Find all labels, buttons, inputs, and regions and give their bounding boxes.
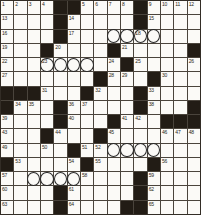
- circle-marker: [54, 172, 67, 186]
- clue-number: 15: [149, 15, 154, 21]
- black-cell-r14c11: [134, 186, 146, 199]
- cell-r4c2[interactable]: [14, 44, 26, 57]
- cell-r7c5[interactable]: [54, 87, 66, 100]
- black-cell-r1c5: [54, 1, 66, 14]
- cell-r11c5[interactable]: [54, 144, 66, 157]
- cell-r4c1[interactable]: 19: [1, 44, 13, 57]
- black-cell-r4c9: [108, 44, 120, 57]
- clue-number: 36: [69, 101, 74, 107]
- cell-r10c3[interactable]: [28, 129, 40, 142]
- clue-number: 14: [69, 15, 74, 21]
- cell-r14c10[interactable]: [121, 186, 133, 199]
- cell-r13c15[interactable]: [188, 172, 200, 185]
- cell-r13c1[interactable]: 57: [1, 172, 13, 185]
- cell-r1c15[interactable]: 12: [188, 1, 200, 14]
- cell-r4c13[interactable]: [161, 44, 173, 57]
- cell-r9c2[interactable]: [14, 115, 26, 128]
- cell-r3c1[interactable]: 16: [1, 30, 13, 43]
- black-cell-r7c11: [134, 87, 146, 100]
- clue-number: 12: [189, 1, 194, 7]
- clue-number: 3: [29, 1, 32, 7]
- cell-r6c7[interactable]: [81, 72, 93, 85]
- cell-r1c10[interactable]: 8: [121, 1, 133, 14]
- clue-number: 55: [95, 158, 100, 164]
- cell-r9c12[interactable]: [148, 115, 160, 128]
- cell-r10c1[interactable]: 43: [1, 129, 13, 142]
- clue-number: 37: [82, 101, 87, 107]
- black-cell-r10c4: [41, 129, 53, 142]
- cell-r12c3[interactable]: [28, 158, 40, 171]
- cell-r3c14[interactable]: [174, 30, 186, 43]
- cell-r6c2[interactable]: [14, 72, 26, 85]
- cell-r15c2[interactable]: [14, 201, 26, 214]
- cell-r12c15[interactable]: [188, 158, 200, 171]
- cell-r11c9[interactable]: [108, 144, 120, 157]
- cell-r11c3[interactable]: [28, 144, 40, 157]
- cell-r5c12[interactable]: [148, 58, 160, 71]
- black-cell-r12c12: [148, 158, 160, 171]
- clue-number: 10: [162, 1, 167, 7]
- cell-r7c14[interactable]: [174, 87, 186, 100]
- clue-number: 8: [122, 1, 125, 7]
- black-cell-r6c12: [148, 72, 160, 85]
- cell-r11c1[interactable]: 49: [1, 144, 13, 157]
- black-cell-r7c2: [14, 87, 26, 100]
- cell-r5c9[interactable]: 24: [108, 58, 120, 71]
- cell-r12c2[interactable]: 53: [14, 158, 26, 171]
- cell-r9c8[interactable]: [94, 115, 106, 128]
- cell-r14c7[interactable]: [81, 186, 93, 199]
- cell-r4c14[interactable]: [174, 44, 186, 57]
- cell-r14c13[interactable]: [161, 186, 173, 199]
- cell-r6c14[interactable]: [174, 72, 186, 85]
- cell-r11c11[interactable]: [134, 144, 146, 157]
- cell-r1c9[interactable]: 7: [108, 1, 120, 14]
- cell-r6c3[interactable]: [28, 72, 40, 85]
- clue-number: 30: [162, 72, 167, 78]
- cell-r8c9[interactable]: [108, 101, 120, 114]
- black-cell-r7c3: [28, 87, 40, 100]
- black-cell-r3c5: [54, 30, 66, 43]
- cell-r1c2[interactable]: 2: [14, 1, 26, 14]
- cell-r10c15[interactable]: 48: [188, 129, 200, 142]
- circle-marker: [40, 172, 53, 186]
- cell-r11c12[interactable]: [148, 144, 160, 157]
- cell-r13c8[interactable]: [94, 172, 106, 185]
- clue-number: 64: [69, 201, 74, 207]
- cell-r13c4[interactable]: [41, 172, 53, 185]
- cell-r11c4[interactable]: 50: [41, 144, 53, 157]
- black-cell-r7c1: [1, 87, 13, 100]
- cell-r15c4[interactable]: [41, 201, 53, 214]
- clue-number: 60: [2, 186, 7, 192]
- cell-r12c11[interactable]: [134, 158, 146, 171]
- clue-number: 58: [82, 172, 87, 178]
- cell-r5c4[interactable]: 23: [41, 58, 53, 71]
- cell-r7c15[interactable]: [188, 87, 200, 100]
- cell-r1c14[interactable]: 11: [174, 1, 186, 14]
- cell-r14c15[interactable]: [188, 186, 200, 199]
- cell-r7c9[interactable]: [108, 87, 120, 100]
- cell-r15c1[interactable]: 63: [1, 201, 13, 214]
- cell-r2c3[interactable]: [28, 15, 40, 28]
- clue-number: 20: [55, 44, 60, 50]
- cell-r15c9[interactable]: [108, 201, 120, 214]
- cell-r7c6[interactable]: [68, 87, 80, 100]
- cell-r15c13[interactable]: [161, 201, 173, 214]
- clue-number: 11: [175, 1, 180, 7]
- cell-r13c12[interactable]: 59: [148, 172, 160, 185]
- cell-r10c5[interactable]: 44: [54, 129, 66, 142]
- black-cell-r7c7: [81, 87, 93, 100]
- cell-r5c2[interactable]: [14, 58, 26, 71]
- cell-r13c10[interactable]: [121, 172, 133, 185]
- black-cell-r9c14: [174, 115, 186, 128]
- cell-r15c15[interactable]: [188, 201, 200, 214]
- clue-number: 53: [15, 158, 20, 164]
- cell-r14c6[interactable]: 61: [68, 186, 80, 199]
- clue-number: 18: [135, 30, 140, 36]
- clue-number: 35: [29, 101, 34, 107]
- cell-r7c8[interactable]: 32: [94, 87, 106, 100]
- clue-number: 46: [162, 129, 167, 135]
- cell-r11c15[interactable]: [188, 144, 200, 157]
- cell-r6c15[interactable]: [188, 72, 200, 85]
- cell-r3c2[interactable]: [14, 30, 26, 43]
- cell-r9c11[interactable]: 42: [134, 115, 146, 128]
- circle-marker: [27, 172, 40, 186]
- clue-number: 41: [122, 115, 127, 121]
- cell-r10c6[interactable]: [68, 129, 80, 142]
- black-cell-r5c10: [121, 58, 133, 71]
- cell-r14c1[interactable]: 60: [1, 186, 13, 199]
- cell-r4c3[interactable]: [28, 44, 40, 57]
- cell-r13c7[interactable]: 58: [81, 172, 93, 185]
- cell-r1c12[interactable]: 9: [148, 1, 160, 14]
- black-cell-r12c7: [81, 158, 93, 171]
- black-cell-r15c5: [54, 201, 66, 214]
- cell-r2c1[interactable]: 13: [1, 15, 13, 28]
- cell-r4c7[interactable]: [81, 44, 93, 57]
- cell-r2c6[interactable]: 14: [68, 15, 80, 28]
- cell-r11c2[interactable]: [14, 144, 26, 157]
- cell-r7c12[interactable]: 33: [148, 87, 160, 100]
- cell-r2c7[interactable]: [81, 15, 93, 28]
- cell-r10c14[interactable]: 47: [174, 129, 186, 142]
- cell-r12c4[interactable]: [41, 158, 53, 171]
- cell-r6c5[interactable]: [54, 72, 66, 85]
- clue-number: 50: [42, 144, 47, 150]
- cell-r5c7[interactable]: [81, 58, 93, 71]
- cell-r11c8[interactable]: 52: [94, 144, 106, 157]
- clue-number: 17: [69, 30, 74, 36]
- cell-r12c13[interactable]: 56: [161, 158, 173, 171]
- cell-r5c1[interactable]: 22: [1, 58, 13, 71]
- cell-r2c10[interactable]: [121, 15, 133, 28]
- cell-r12c9[interactable]: [108, 158, 120, 171]
- cell-r14c9[interactable]: [108, 186, 120, 199]
- black-cell-r8c5: [54, 101, 66, 114]
- circle-marker: [120, 29, 133, 43]
- cell-r6c6[interactable]: [68, 72, 80, 85]
- black-cell-r10c8: [94, 129, 106, 142]
- cell-r5c3[interactable]: [28, 58, 40, 71]
- cell-r14c14[interactable]: [174, 186, 186, 199]
- cell-r2c12[interactable]: 15: [148, 15, 160, 28]
- cell-r8c6[interactable]: 36: [68, 101, 80, 114]
- cell-r15c7[interactable]: [81, 201, 93, 214]
- black-cell-r8c11: [134, 101, 146, 114]
- clue-number: 52: [95, 144, 100, 150]
- cell-r9c1[interactable]: 39: [1, 115, 13, 128]
- clue-number: 44: [55, 129, 60, 135]
- cell-r8c13[interactable]: [161, 101, 173, 114]
- cell-r3c10[interactable]: [121, 30, 133, 43]
- clue-number: 21: [122, 44, 127, 50]
- cell-r10c12[interactable]: [148, 129, 160, 142]
- clue-number: 49: [2, 144, 7, 150]
- cell-r6c13[interactable]: 30: [161, 72, 173, 85]
- cell-r6c4[interactable]: [41, 72, 53, 85]
- cell-r5c14[interactable]: [174, 58, 186, 71]
- black-cell-r13c11: [134, 172, 146, 185]
- clue-number: 61: [69, 186, 74, 192]
- clue-number: 65: [149, 201, 154, 207]
- cell-r10c10[interactable]: [121, 129, 133, 142]
- black-cell-r11c6: [68, 144, 80, 157]
- cell-r3c15[interactable]: [188, 30, 200, 43]
- clue-number: 24: [109, 58, 114, 64]
- cell-r15c6[interactable]: 64: [68, 201, 80, 214]
- clue-number: 23: [42, 58, 47, 64]
- cell-r1c7[interactable]: 5: [81, 1, 93, 14]
- cell-r8c3[interactable]: 35: [28, 101, 40, 114]
- cell-r3c6[interactable]: 17: [68, 30, 80, 43]
- cell-r2c8[interactable]: [94, 15, 106, 28]
- clue-number: 22: [2, 58, 7, 64]
- cell-r4c12[interactable]: [148, 44, 160, 57]
- circle-marker: [134, 143, 147, 157]
- black-cell-r1c6: [68, 1, 80, 14]
- clue-number: 13: [2, 15, 7, 21]
- clue-number: 6: [95, 1, 98, 7]
- clue-number: 16: [2, 30, 7, 36]
- cell-r15c8[interactable]: [94, 201, 106, 214]
- cell-r5c8[interactable]: [94, 58, 106, 71]
- black-cell-r4c4: [41, 44, 53, 57]
- black-cell-r1c11: [134, 1, 146, 14]
- black-cell-r4c15: [188, 44, 200, 57]
- black-cell-r9c15: [188, 115, 200, 128]
- clue-number: 19: [2, 44, 7, 50]
- circle-marker: [107, 143, 120, 157]
- cell-r6c1[interactable]: 27: [1, 72, 13, 85]
- cell-r13c3[interactable]: [28, 172, 40, 185]
- circle-marker: [120, 143, 133, 157]
- cell-r2c4[interactable]: [41, 15, 53, 28]
- cell-r5c11[interactable]: 25: [134, 58, 146, 71]
- cell-r10c2[interactable]: [14, 129, 26, 142]
- cell-r4c10[interactable]: 21: [121, 44, 133, 57]
- clue-number: 54: [69, 158, 74, 164]
- clue-number: 5: [82, 1, 85, 7]
- clue-number: 59: [149, 172, 154, 178]
- cell-r9c6[interactable]: 40: [68, 115, 80, 128]
- black-cell-r15c11: [134, 201, 146, 214]
- cell-r1c1[interactable]: 1: [1, 1, 13, 14]
- cell-r12c6[interactable]: 54: [68, 158, 80, 171]
- cell-r3c9[interactable]: [108, 30, 120, 43]
- cell-r10c13[interactable]: 46: [161, 129, 173, 142]
- cell-r13c13[interactable]: [161, 172, 173, 185]
- cell-r8c10[interactable]: [121, 101, 133, 114]
- clue-number: 34: [15, 101, 20, 107]
- cell-r5c5[interactable]: [54, 58, 66, 71]
- clue-number: 32: [95, 87, 100, 93]
- cell-r1c13[interactable]: 10: [161, 1, 173, 14]
- black-cell-r12c1: [1, 158, 13, 171]
- cell-r11c10[interactable]: [121, 144, 133, 157]
- cell-r11c7[interactable]: 51: [81, 144, 93, 157]
- black-cell-r8c15: [188, 101, 200, 114]
- circle-marker: [67, 172, 80, 186]
- clue-number: 4: [42, 1, 45, 7]
- cell-r9c4[interactable]: [41, 115, 53, 128]
- black-cell-r14c5: [54, 186, 66, 199]
- cell-r8c8[interactable]: [94, 101, 106, 114]
- cell-r7c4[interactable]: 31: [41, 87, 53, 100]
- cell-r9c3[interactable]: [28, 115, 40, 128]
- cell-r1c4[interactable]: 4: [41, 1, 53, 14]
- cell-r11c14[interactable]: [174, 144, 186, 157]
- cell-r2c2[interactable]: [14, 15, 26, 28]
- cell-r3c4[interactable]: [41, 30, 53, 43]
- cell-r3c3[interactable]: [28, 30, 40, 43]
- cell-r13c6[interactable]: [68, 172, 80, 185]
- cell-r12c5[interactable]: [54, 158, 66, 171]
- cell-r2c13[interactable]: [161, 15, 173, 28]
- cell-r13c14[interactable]: [174, 172, 186, 185]
- cell-r1c8[interactable]: 6: [94, 1, 106, 14]
- cell-r3c8[interactable]: [94, 30, 106, 43]
- cell-r8c2[interactable]: 34: [14, 101, 26, 114]
- circle-marker: [67, 58, 80, 72]
- circle-marker: [54, 58, 67, 72]
- cell-r7c10[interactable]: [121, 87, 133, 100]
- cell-r9c10[interactable]: 41: [121, 115, 133, 128]
- clue-number: 33: [149, 87, 154, 93]
- circle-marker: [147, 143, 160, 157]
- circle-marker: [80, 58, 93, 72]
- cell-r8c12[interactable]: 38: [148, 101, 160, 114]
- cell-r15c12[interactable]: 65: [148, 201, 160, 214]
- cell-r8c4[interactable]: [41, 101, 53, 114]
- clue-number: 26: [189, 58, 194, 64]
- cell-r3c12[interactable]: [148, 30, 160, 43]
- cell-r9c7[interactable]: [81, 115, 93, 128]
- black-cell-r9c9: [108, 115, 120, 128]
- cell-r13c5[interactable]: [54, 172, 66, 185]
- cell-r10c11[interactable]: [134, 129, 146, 142]
- cell-r4c8[interactable]: [94, 44, 106, 57]
- cell-r2c14[interactable]: [174, 15, 186, 28]
- cell-r11c13[interactable]: [161, 144, 173, 157]
- cell-r10c9[interactable]: 45: [108, 129, 120, 142]
- cell-r1c3[interactable]: 3: [28, 1, 40, 14]
- cell-r13c9[interactable]: [108, 172, 120, 185]
- clue-number: 57: [2, 172, 7, 178]
- cell-r3c11[interactable]: 18: [134, 30, 146, 43]
- clue-number: 25: [135, 58, 140, 64]
- circle-marker: [107, 29, 120, 43]
- cell-r3c13[interactable]: [161, 30, 173, 43]
- clue-number: 62: [149, 186, 154, 192]
- cell-r5c6[interactable]: [68, 58, 80, 71]
- clue-number: 38: [149, 101, 154, 107]
- cell-r6c9[interactable]: 28: [108, 72, 120, 85]
- black-cell-r6c8: [94, 72, 106, 85]
- cell-r6c11[interactable]: [134, 72, 146, 85]
- clue-number: 56: [162, 158, 167, 164]
- cell-r14c12[interactable]: 62: [148, 186, 160, 199]
- circle-marker: [147, 29, 160, 43]
- clue-number: 2: [15, 1, 18, 7]
- cell-r5c15[interactable]: 26: [188, 58, 200, 71]
- cell-r12c10[interactable]: [121, 158, 133, 171]
- cell-r4c5[interactable]: 20: [54, 44, 66, 57]
- clue-number: 28: [109, 72, 114, 78]
- cell-r12c8[interactable]: 55: [94, 158, 106, 171]
- clue-number: 47: [175, 129, 180, 135]
- black-cell-r15c10: [121, 201, 133, 214]
- clue-number: 29: [122, 72, 127, 78]
- cell-r5c13[interactable]: [161, 58, 173, 71]
- cell-r15c3[interactable]: [28, 201, 40, 214]
- cell-r12c14[interactable]: [174, 158, 186, 171]
- clue-number: 40: [69, 115, 74, 121]
- cell-r2c9[interactable]: [108, 15, 120, 28]
- clue-number: 63: [2, 201, 7, 207]
- black-cell-r8c1: [1, 101, 13, 114]
- cell-r4c11[interactable]: [134, 44, 146, 57]
- clue-number: 51: [82, 144, 87, 150]
- clue-number: 48: [189, 129, 194, 135]
- cell-r8c7[interactable]: 37: [81, 101, 93, 114]
- cell-r14c3[interactable]: [28, 186, 40, 199]
- cell-r2c15[interactable]: [188, 15, 200, 28]
- clue-number: 43: [2, 129, 7, 135]
- cell-r4c6[interactable]: [68, 44, 80, 57]
- black-cell-r2c5: [54, 15, 66, 28]
- cell-r14c4[interactable]: [41, 186, 53, 199]
- cell-r14c2[interactable]: [14, 186, 26, 199]
- cell-r14c8[interactable]: [94, 186, 106, 199]
- cell-r6c10[interactable]: 29: [121, 72, 133, 85]
- black-cell-r2c11: [134, 15, 146, 28]
- cell-r13c2[interactable]: [14, 172, 26, 185]
- cell-r3c7[interactable]: [81, 30, 93, 43]
- cell-r7c13[interactable]: [161, 87, 173, 100]
- cell-r15c14[interactable]: [174, 201, 186, 214]
- cell-r10c7[interactable]: [81, 129, 93, 142]
- clue-number: 45: [109, 129, 114, 135]
- cell-r8c14[interactable]: [174, 101, 186, 114]
- clue-number: 42: [135, 115, 140, 121]
- clue-number: 27: [2, 72, 7, 78]
- clue-number: 1: [2, 1, 5, 7]
- black-cell-r9c13: [161, 115, 173, 128]
- black-cell-r9c5: [54, 115, 66, 128]
